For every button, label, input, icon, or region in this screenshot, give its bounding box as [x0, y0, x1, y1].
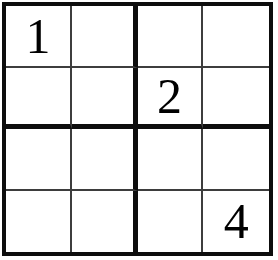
cell-r3c4[interactable] — [203, 129, 269, 191]
cell-r4c1[interactable] — [6, 191, 72, 253]
cell-r2c4[interactable] — [203, 68, 269, 130]
cell-r2c1[interactable] — [6, 68, 72, 130]
cell-r1c2[interactable] — [72, 6, 138, 68]
cell-r1c1[interactable]: 1 — [6, 6, 72, 68]
cell-r4c3[interactable] — [138, 191, 204, 253]
sudoku-board: 1 2 4 — [2, 2, 273, 256]
cell-r3c1[interactable] — [6, 129, 72, 191]
cell-r2c3[interactable]: 2 — [138, 68, 204, 130]
cell-r4c2[interactable] — [72, 191, 138, 253]
cell-r1c3[interactable] — [138, 6, 204, 68]
cell-r3c2[interactable] — [72, 129, 138, 191]
cell-r3c3[interactable] — [138, 129, 204, 191]
cell-r1c4[interactable] — [203, 6, 269, 68]
sudoku-page: 1 2 4 — [0, 0, 278, 260]
cell-r2c2[interactable] — [72, 68, 138, 130]
cell-r4c4[interactable]: 4 — [203, 191, 269, 253]
